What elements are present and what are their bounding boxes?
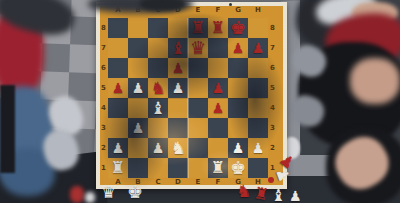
rank-label-right-8: 8 [268, 18, 277, 38]
square-g4[interactable] [228, 98, 248, 118]
square-e7[interactable]: ♛ [188, 38, 208, 58]
square-h6[interactable] [248, 58, 268, 78]
chess-board-grid[interactable]: ♜♜♚♝♛♟♟♟♟♟♞♟♟♝♟♟♟♟♞♟♟♜♜♚ [108, 18, 268, 178]
square-c6[interactable] [148, 58, 168, 78]
pin-top-2 [229, 3, 232, 6]
square-e5[interactable] [188, 78, 208, 98]
piece-red-king[interactable]: ♚ [228, 18, 248, 38]
square-e1[interactable] [188, 158, 208, 178]
square-h8[interactable] [248, 18, 268, 38]
square-b8[interactable] [128, 18, 148, 38]
rank-labels-right: 87654321 [268, 18, 277, 178]
square-d1[interactable] [168, 158, 188, 178]
piece-white-bishop[interactable]: ♝ [148, 98, 168, 118]
piece-red-pawn[interactable]: ♟ [108, 78, 128, 98]
piece-white-knight[interactable]: ♞ [168, 138, 188, 158]
rank-label-right-4: 4 [268, 98, 277, 118]
square-f3[interactable] [208, 118, 228, 138]
piece-red-pawn[interactable]: ♟ [208, 78, 228, 98]
square-a7[interactable] [108, 38, 128, 58]
rank-label-right-6: 6 [268, 58, 277, 78]
square-f1[interactable]: ♜ [208, 158, 228, 178]
file-label-top-e: E [188, 6, 208, 16]
piece-white-pawn[interactable]: ♟ [228, 138, 248, 158]
square-f4[interactable]: ♟ [208, 98, 228, 118]
rank-label-right-5: 5 [268, 78, 277, 98]
tablet [0, 85, 15, 173]
square-d2[interactable]: ♞ [168, 138, 188, 158]
piece-white-pawn[interactable]: ♟ [248, 138, 268, 158]
rank-label-left-3: 3 [99, 118, 108, 138]
square-a2[interactable]: ♟ [108, 138, 128, 158]
square-g2[interactable]: ♟ [228, 138, 248, 158]
square-g7[interactable]: ♟ [228, 38, 248, 58]
square-c2[interactable]: ♟ [148, 138, 168, 158]
piece-white-pawn[interactable]: ♟ [108, 138, 128, 158]
square-h3[interactable] [248, 118, 268, 138]
piece-red-bishop[interactable]: ♝ [168, 38, 188, 58]
square-h1[interactable] [248, 158, 268, 178]
square-f7[interactable] [208, 38, 228, 58]
rank-label-left-4: 4 [99, 98, 108, 118]
square-a3[interactable] [108, 118, 128, 138]
captured-white-pawn: ♟ [289, 188, 302, 203]
square-g6[interactable] [228, 58, 248, 78]
square-h5[interactable] [248, 78, 268, 98]
piece-red-rook[interactable]: ♜ [188, 18, 208, 38]
captured-white-bishop: ♝ [271, 186, 285, 203]
piece-red-rook[interactable]: ♜ [208, 18, 228, 38]
white-piece-bottom-left [85, 192, 95, 203]
square-b5[interactable]: ♟ [128, 78, 148, 98]
square-a4[interactable] [108, 98, 128, 118]
square-h4[interactable] [248, 98, 268, 118]
rank-label-right-7: 7 [268, 38, 277, 58]
file-label-top-f: F [208, 6, 228, 16]
clasped-hands-right [350, 58, 400, 104]
square-e3[interactable] [188, 118, 208, 138]
file-label-bottom-c: C [148, 178, 168, 188]
square-g8[interactable]: ♚ [228, 18, 248, 38]
square-c4[interactable]: ♝ [148, 98, 168, 118]
square-h2[interactable]: ♟ [248, 138, 268, 158]
square-d6[interactable]: ♟ [168, 58, 188, 78]
piece-white-king[interactable]: ♚ [228, 158, 248, 178]
piece-red-pawn[interactable]: ♟ [228, 38, 248, 58]
captured-red-rook: ♜ [252, 183, 269, 203]
rank-labels-left: 87654321 [99, 18, 108, 178]
piece-white-pawn[interactable]: ♟ [128, 78, 148, 98]
file-label-top-h: H [248, 6, 268, 16]
square-b4[interactable] [128, 98, 148, 118]
square-c3[interactable] [148, 118, 168, 138]
square-c1[interactable] [148, 158, 168, 178]
rank-label-left-6: 6 [99, 58, 108, 78]
square-a6[interactable] [108, 58, 128, 78]
captured-white-queen: ♛ [101, 182, 116, 202]
square-d3[interactable] [168, 118, 188, 138]
hand-top-left-dark [140, 0, 185, 11]
piece-red-pawn[interactable]: ♟ [248, 38, 268, 58]
square-e2[interactable] [188, 138, 208, 158]
square-f2[interactable] [208, 138, 228, 158]
square-d5[interactable]: ♟ [168, 78, 188, 98]
mat-logo-dot [268, 177, 274, 183]
rank-label-left-1: 1 [99, 158, 108, 178]
square-c7[interactable] [148, 38, 168, 58]
piece-red-knight[interactable]: ♞ [148, 78, 168, 98]
square-a5[interactable]: ♟ [108, 78, 128, 98]
square-a8[interactable] [108, 18, 128, 38]
piece-red-queen[interactable]: ♛ [188, 38, 208, 58]
square-e4[interactable] [188, 98, 208, 118]
piece-white-pawn[interactable]: ♟ [148, 138, 168, 158]
square-h7[interactable]: ♟ [248, 38, 268, 58]
square-c8[interactable] [148, 18, 168, 38]
captured-red-knight: ♞ [236, 181, 251, 201]
square-c5[interactable]: ♞ [148, 78, 168, 98]
captured-white-king: ♚ [127, 181, 143, 202]
piece-white-pawn[interactable]: ♟ [168, 78, 188, 98]
square-d4[interactable] [168, 98, 188, 118]
file-label-top-g: G [228, 6, 248, 16]
rank-label-left-7: 7 [99, 38, 108, 58]
square-b3[interactable]: ♟ [128, 118, 148, 138]
piece-red-pawn[interactable]: ♟ [208, 98, 228, 118]
square-f6[interactable] [208, 58, 228, 78]
chess-board-mat: ABCDEFGH ABCDEFGH 87654321 87654321 ♜♜♚♝… [96, 2, 287, 189]
square-b7[interactable] [128, 38, 148, 58]
square-b6[interactable] [128, 58, 148, 78]
rank-label-left-2: 2 [99, 138, 108, 158]
rank-label-left-8: 8 [99, 18, 108, 38]
board-fold-horizontal [108, 98, 268, 99]
file-label-bottom-d: D [168, 178, 188, 188]
piece-red-pawn[interactable]: ♟ [168, 58, 188, 78]
square-a1[interactable]: ♜ [108, 158, 128, 178]
square-b1[interactable] [128, 158, 148, 178]
square-f5[interactable]: ♟ [208, 78, 228, 98]
piece-white-pawn[interactable]: ♟ [128, 118, 148, 138]
square-f8[interactable]: ♜ [208, 18, 228, 38]
square-d7[interactable]: ♝ [168, 38, 188, 58]
outdoor-chess-scene: ABCDEFGH ABCDEFGH 87654321 87654321 ♜♜♚♝… [0, 0, 400, 203]
square-g5[interactable] [228, 78, 248, 98]
piece-white-rook[interactable]: ♜ [208, 158, 228, 178]
square-d8[interactable] [168, 18, 188, 38]
square-b2[interactable] [128, 138, 148, 158]
rank-label-right-3: 3 [268, 118, 277, 138]
square-g3[interactable] [228, 118, 248, 138]
file-label-bottom-e: E [188, 178, 208, 188]
rank-label-right-2: 2 [268, 138, 277, 158]
file-label-bottom-f: F [208, 178, 228, 188]
rank-label-left-5: 5 [99, 78, 108, 98]
square-e6[interactable] [188, 58, 208, 78]
square-g1[interactable]: ♚ [228, 158, 248, 178]
piece-white-rook[interactable]: ♜ [108, 158, 128, 178]
square-e8[interactable]: ♜ [188, 18, 208, 38]
red-cup-bottom-left [70, 186, 84, 203]
